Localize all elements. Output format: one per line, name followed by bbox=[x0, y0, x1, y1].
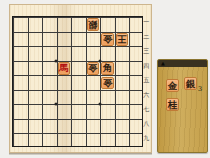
rank-label: 八 bbox=[143, 117, 151, 132]
piece-kanji: 桂 bbox=[168, 100, 178, 110]
piece-kanji: 銀 bbox=[186, 79, 196, 89]
komadai-hand-stand: ▲ 金銀3桂 bbox=[157, 59, 208, 153]
rank-labels: 一二三四五六七八九 bbox=[143, 15, 151, 146]
hand-piece-金[interactable]: 金 bbox=[166, 79, 179, 92]
rank-label: 三 bbox=[143, 44, 151, 59]
rank-label: 七 bbox=[143, 102, 151, 117]
shogi-piece-馬[interactable]: 馬 bbox=[58, 62, 71, 75]
piece-kanji: 角 bbox=[103, 63, 113, 73]
shogi-piece-角[interactable]: 角 bbox=[101, 62, 114, 75]
shogi-piece-金[interactable]: 金 bbox=[101, 33, 114, 46]
piece-kanji: 金 bbox=[103, 78, 113, 88]
hand-piece-count: 3 bbox=[198, 86, 202, 93]
shogi-piece-王[interactable]: 王 bbox=[116, 33, 129, 46]
shogi-piece-銀[interactable]: 銀 bbox=[87, 18, 100, 31]
shogi-piece-金[interactable]: 金 bbox=[101, 77, 114, 90]
piece-kanji: 金 bbox=[88, 63, 98, 73]
rank-label: 一 bbox=[143, 15, 151, 30]
rank-label: 五 bbox=[143, 73, 151, 88]
piece-kanji: 金 bbox=[168, 81, 178, 91]
piece-kanji: 馬 bbox=[59, 63, 69, 73]
piece-kanji: 銀 bbox=[88, 20, 98, 30]
rank-label: 六 bbox=[143, 88, 151, 103]
hand-piece-銀[interactable]: 銀3 bbox=[184, 77, 197, 90]
hand-piece-桂[interactable]: 桂 bbox=[166, 98, 179, 111]
star-point bbox=[98, 103, 101, 106]
rank-label: 二 bbox=[143, 30, 151, 45]
star-point bbox=[55, 59, 58, 62]
hand-piece-tile[interactable]: 金 bbox=[166, 79, 179, 92]
piece-kanji: 王 bbox=[117, 34, 127, 44]
komadai-header-bar: ▲ bbox=[158, 60, 207, 67]
board-grid: 銀金王馬金角金 bbox=[12, 16, 143, 147]
sente-triangle-icon: ▲ bbox=[161, 60, 165, 67]
rank-label: 九 bbox=[143, 131, 151, 146]
shogi-board: 銀金王馬金角金 bbox=[9, 4, 152, 153]
hand-piece-tile[interactable]: 桂 bbox=[166, 98, 179, 111]
piece-kanji: 金 bbox=[103, 34, 113, 44]
shogi-diagram: 987654321 銀金王馬金角金 一二三四五六七八九 ▲ 金銀3桂 bbox=[0, 0, 210, 158]
star-point bbox=[55, 103, 58, 106]
hand-piece-tile[interactable]: 銀 bbox=[184, 77, 197, 90]
shogi-piece-金[interactable]: 金 bbox=[87, 62, 100, 75]
rank-label: 四 bbox=[143, 59, 151, 74]
